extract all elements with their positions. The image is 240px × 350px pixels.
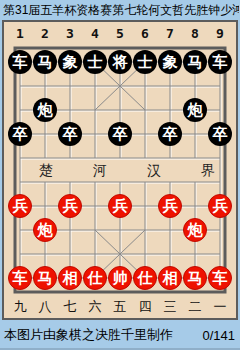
board-intersection: [8, 170, 33, 194]
black-soldier: 卒: [208, 122, 232, 146]
black-horse: 马: [33, 50, 57, 74]
red-general: 帅: [108, 266, 132, 290]
board-intersection: 仕: [133, 266, 158, 290]
board-intersection: [83, 98, 108, 122]
board-intersection: [183, 122, 208, 146]
file-labels-top: 123456789: [8, 26, 233, 41]
file-label: 3: [58, 26, 83, 41]
red-chariot: 车: [208, 266, 232, 290]
board-intersection: [133, 122, 158, 146]
board-intersection: 士: [133, 50, 158, 74]
file-label: 三: [158, 298, 183, 316]
file-label: 5: [108, 26, 133, 41]
black-general: 将: [108, 50, 132, 74]
board-intersection: [83, 122, 108, 146]
board-intersection: 兵: [58, 194, 83, 218]
board-intersection: 炮: [183, 218, 208, 242]
black-elephant: 象: [158, 50, 182, 74]
file-label: 四: [133, 298, 158, 316]
red-elephant: 相: [58, 266, 82, 290]
red-soldier: 兵: [58, 194, 82, 218]
board-intersection: 卒: [58, 122, 83, 146]
board-intersection: 马: [183, 50, 208, 74]
board-intersection: 炮: [33, 218, 58, 242]
file-label: 六: [83, 298, 108, 316]
board-intersection: 象: [158, 50, 183, 74]
footer-bar: 本图片由象棋之决胜千里制作 0/141: [0, 320, 240, 350]
board-intersection: [8, 242, 33, 266]
red-cannon: 炮: [183, 218, 207, 242]
black-soldier: 卒: [108, 122, 132, 146]
board-intersection: [158, 98, 183, 122]
board-intersection: [133, 242, 158, 266]
black-horse: 马: [183, 50, 207, 74]
file-label: 七: [58, 298, 83, 316]
board-intersection: 仕: [83, 266, 108, 290]
black-soldier: 卒: [158, 122, 182, 146]
black-elephant: 象: [58, 50, 82, 74]
xiangqi-viewer: 第31届五羊杯资格赛第七轮何文哲先胜钟少鸿 123456789 车马象士将士象马…: [0, 0, 240, 350]
board-intersection: [183, 242, 208, 266]
board-intersection: [108, 74, 133, 98]
red-soldier: 兵: [8, 194, 32, 218]
credit-text: 本图片由象棋之决胜千里制作: [4, 326, 173, 344]
board-intersection: 车: [8, 266, 33, 290]
board-intersection: [83, 218, 108, 242]
red-advisor: 仕: [83, 266, 107, 290]
board-intersection: 卒: [108, 122, 133, 146]
black-cannon: 炮: [33, 98, 57, 122]
board-intersection: [158, 242, 183, 266]
file-labels-bottom: 九八七六五四三二一: [8, 298, 233, 316]
board-intersection: [183, 194, 208, 218]
board-intersection: [33, 74, 58, 98]
board-intersection: [33, 122, 58, 146]
board-intersection: 士: [83, 50, 108, 74]
black-soldier: 卒: [8, 122, 32, 146]
board-intersection: [8, 98, 33, 122]
red-cannon: 炮: [33, 218, 57, 242]
board-intersection: 车: [8, 50, 33, 74]
board-intersection: 象: [58, 50, 83, 74]
board-intersection: 马: [183, 266, 208, 290]
file-label: 7: [158, 26, 183, 41]
game-title: 第31届五羊杯资格赛第七轮何文哲先胜钟少鸿: [3, 2, 239, 18]
board-intersection: [183, 74, 208, 98]
red-advisor: 仕: [133, 266, 157, 290]
board-intersection: 卒: [8, 122, 33, 146]
board-intersection: [158, 74, 183, 98]
file-label: 一: [208, 298, 233, 316]
board-intersection: [33, 194, 58, 218]
red-chariot: 车: [8, 266, 32, 290]
board-intersection: 帅: [108, 266, 133, 290]
board-intersection: 兵: [158, 194, 183, 218]
red-soldier: 兵: [158, 194, 182, 218]
red-soldier: 兵: [108, 194, 132, 218]
file-label: 九: [8, 298, 33, 316]
board-intersection: [8, 218, 33, 242]
file-label: 8: [183, 26, 208, 41]
board-intersection: 兵: [208, 194, 233, 218]
board-intersection: [108, 98, 133, 122]
board-intersection: [108, 218, 133, 242]
black-soldier: 卒: [58, 122, 82, 146]
board-intersection: [58, 242, 83, 266]
board-intersection: [108, 242, 133, 266]
board-intersection: 相: [58, 266, 83, 290]
red-horse: 马: [183, 266, 207, 290]
board-intersection: 兵: [108, 194, 133, 218]
board-intersection: [133, 74, 158, 98]
red-horse: 马: [33, 266, 57, 290]
red-soldier: 兵: [208, 194, 232, 218]
file-label: 6: [133, 26, 158, 41]
board-intersection: [83, 194, 108, 218]
board-intersection: 相: [158, 266, 183, 290]
board-intersection: [33, 242, 58, 266]
river-char: 汉: [147, 162, 161, 178]
river-char: 界: [201, 162, 215, 178]
board-intersection: 将: [108, 50, 133, 74]
board-intersection: [133, 194, 158, 218]
board-intersection: [208, 74, 233, 98]
board-intersection: [208, 98, 233, 122]
black-advisor: 士: [83, 50, 107, 74]
board-intersection: 马: [33, 50, 58, 74]
board-intersection: 车: [208, 266, 233, 290]
file-label: 2: [33, 26, 58, 41]
board-intersection: [8, 74, 33, 98]
river-char: 河: [93, 162, 107, 178]
board-intersection: 卒: [208, 122, 233, 146]
board-intersection: [208, 242, 233, 266]
black-chariot: 车: [8, 50, 32, 74]
black-advisor: 士: [133, 50, 157, 74]
board-intersection: 卒: [158, 122, 183, 146]
board-intersection: [58, 74, 83, 98]
board-intersection: [83, 242, 108, 266]
move-counter: 0/141: [202, 328, 235, 343]
board-intersection: [58, 218, 83, 242]
river-label: 楚河汉界: [39, 162, 215, 178]
file-label: 1: [8, 26, 33, 41]
xiangqi-board: 123456789 车马象士将士象马车炮炮卒卒卒卒卒兵兵兵兵兵炮炮车马相仕帅仕相…: [2, 20, 238, 320]
board-intersection: [58, 98, 83, 122]
board-intersection: [133, 218, 158, 242]
file-label: 五: [108, 298, 133, 316]
board-intersection: [8, 146, 33, 170]
board-intersection: [133, 98, 158, 122]
river-char: 楚: [39, 162, 53, 178]
file-label: 9: [208, 26, 233, 41]
board-intersection: [83, 74, 108, 98]
board-intersection: 马: [33, 266, 58, 290]
file-label: 二: [183, 298, 208, 316]
black-chariot: 车: [208, 50, 232, 74]
board-intersection: 炮: [183, 98, 208, 122]
file-label: 八: [33, 298, 58, 316]
file-label: 4: [83, 26, 108, 41]
board-intersection: [158, 218, 183, 242]
black-cannon: 炮: [183, 98, 207, 122]
board-intersection: 炮: [33, 98, 58, 122]
board-intersection: 兵: [8, 194, 33, 218]
red-elephant: 相: [158, 266, 182, 290]
board-intersection: [208, 218, 233, 242]
board-intersection: 车: [208, 50, 233, 74]
